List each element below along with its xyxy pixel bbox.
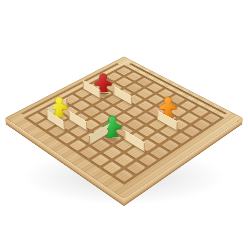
scene — [0, 0, 248, 248]
quoridor-board — [5, 56, 243, 199]
product-photo-stage — [0, 0, 248, 248]
